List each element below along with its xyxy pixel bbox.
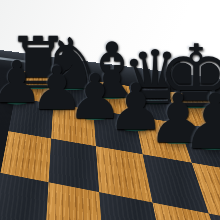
chess-board bbox=[0, 50, 220, 220]
square-a5 bbox=[0, 173, 49, 220]
chess-set-product-photo: ♜ ♞ ♝ ♛ ♚ ♟ ♟ ♟ ♟ ♟ ♟ bbox=[0, 0, 220, 220]
square-e5 bbox=[209, 213, 220, 220]
